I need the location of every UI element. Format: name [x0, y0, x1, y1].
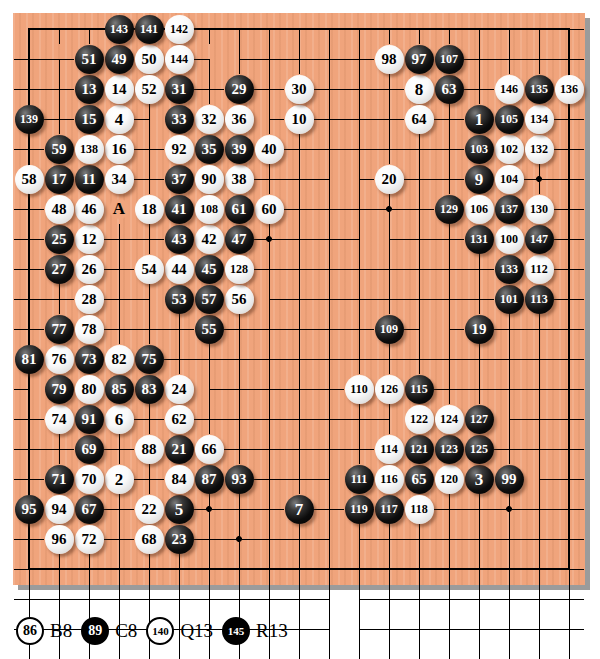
board-intersection: [404, 554, 434, 584]
board-intersection: [314, 494, 344, 524]
board-intersection: [134, 584, 164, 614]
board-intersection: [374, 554, 404, 584]
board-intersection: [434, 14, 464, 44]
white-stone-F19: 142: [165, 15, 194, 44]
white-stone-O3: 118: [405, 495, 434, 524]
board-intersection: [404, 344, 434, 374]
board-intersection: [254, 464, 284, 494]
board-intersection: [524, 554, 554, 584]
board-intersection: [14, 74, 44, 104]
board-intersection: [554, 104, 584, 134]
black-stone-H15: 39: [225, 135, 254, 164]
board-intersection: [494, 314, 524, 344]
board-intersection: [374, 644, 404, 659]
board-intersection: [554, 494, 584, 524]
caption-item-move-86: 86B8: [16, 617, 72, 645]
board-intersection: [464, 14, 494, 44]
board-intersection: [314, 644, 344, 659]
board-intersection: [554, 554, 584, 584]
white-stone-K16: 10: [285, 105, 314, 134]
board-intersection: [344, 404, 374, 434]
board-intersection: [434, 344, 464, 374]
black-stone-F3: 5: [165, 495, 194, 524]
white-stone-D6: 6: [105, 405, 134, 434]
board-intersection: [284, 224, 314, 254]
white-stone-F7: 24: [165, 375, 194, 404]
white-stone-T17: 136: [555, 75, 584, 104]
board-intersection: [314, 464, 344, 494]
black-stone-A16: 139: [15, 105, 44, 134]
board-intersection: [524, 494, 554, 524]
board-intersection: [374, 404, 404, 434]
board-intersection: [434, 224, 464, 254]
board-intersection: [44, 434, 74, 464]
black-stone-G15: 35: [195, 135, 224, 164]
board-intersection: [74, 554, 104, 584]
black-stone-F16: 33: [165, 105, 194, 134]
board-intersection: [194, 14, 224, 44]
board-intersection: [554, 224, 584, 254]
board-intersection: [254, 314, 284, 344]
board-intersection: [464, 494, 494, 524]
board-intersection: [134, 134, 164, 164]
board-intersection: [494, 554, 524, 584]
board-intersection: [44, 104, 74, 134]
black-stone-C17: 13: [75, 75, 104, 104]
white-stone-symbol: 86: [16, 617, 44, 645]
board-intersection: [254, 554, 284, 584]
go-board: 1234567891011121314151617181920212223242…: [13, 13, 585, 585]
board-intersection: [194, 344, 224, 374]
board-intersection: [404, 584, 434, 614]
white-stone-H10: 56: [225, 285, 254, 314]
board-intersection: [344, 104, 374, 134]
board-intersection: [344, 584, 374, 614]
board-intersection: [314, 44, 344, 74]
black-stone-B7: 79: [45, 375, 74, 404]
white-stone-D16: 4: [105, 105, 134, 134]
white-stone-C7: 80: [75, 375, 104, 404]
board-intersection: [14, 404, 44, 434]
white-stone-C10: 28: [75, 285, 104, 314]
board-intersection: [254, 374, 284, 404]
board-intersection: [554, 254, 584, 284]
board-intersection: [524, 464, 554, 494]
black-stone-F12: 43: [165, 225, 194, 254]
board-intersection: [284, 344, 314, 374]
board-intersection: [464, 584, 494, 614]
board-intersection: [254, 164, 284, 194]
board-intersection: [284, 284, 314, 314]
white-stone-N4: 116: [375, 465, 404, 494]
board-intersection: [494, 644, 524, 659]
board-intersection: [494, 404, 524, 434]
board-intersection: [284, 254, 314, 284]
hoshi-point: [194, 494, 224, 524]
black-stone-Q9: 19: [465, 315, 494, 344]
board-intersection: [104, 494, 134, 524]
board-intersection: [164, 584, 194, 614]
board-intersection: [464, 74, 494, 104]
board-intersection: [14, 14, 44, 44]
board-intersection: [254, 494, 284, 524]
white-stone-O17: 8: [405, 75, 434, 104]
caption-coord-label: C8: [115, 620, 137, 642]
board-intersection: [494, 374, 524, 404]
caption-item-move-140: 140Q13: [146, 617, 213, 645]
white-stone-D15: 16: [105, 135, 134, 164]
black-stone-N3: 117: [375, 495, 404, 524]
board-intersection: [104, 554, 134, 584]
board-intersection: [434, 614, 464, 644]
board-intersection: [134, 464, 164, 494]
board-intersection: [344, 614, 374, 644]
board-intersection: [404, 314, 434, 344]
board-intersection: [314, 134, 344, 164]
board-intersection: [554, 614, 584, 644]
board-intersection: [254, 434, 284, 464]
board-intersection: [44, 74, 74, 104]
white-stone-K17: 30: [285, 75, 314, 104]
black-stone-O4: 65: [405, 465, 434, 494]
board-intersection: [14, 134, 44, 164]
board-intersection: [164, 314, 194, 344]
caption-item-move-89: 89C8: [81, 617, 137, 645]
board-intersection: [434, 284, 464, 314]
board-grid: 1234567891011121314151617181920212223242…: [14, 14, 584, 659]
white-stone-D14: 34: [105, 165, 134, 194]
board-intersection: [314, 374, 344, 404]
board-intersection: [224, 14, 254, 44]
board-intersection: [434, 584, 464, 614]
board-intersection: [344, 314, 374, 344]
white-stone-R12: 100: [495, 225, 524, 254]
board-intersection: [314, 14, 344, 44]
white-stone-R15: 102: [495, 135, 524, 164]
white-stone-H14: 38: [225, 165, 254, 194]
board-intersection: [464, 374, 494, 404]
board-intersection: [134, 404, 164, 434]
white-stone-F11: 44: [165, 255, 194, 284]
board-intersection: [14, 254, 44, 284]
white-stone-E5: 88: [135, 435, 164, 464]
board-intersection: [434, 254, 464, 284]
board-intersection: [554, 164, 584, 194]
board-intersection: [104, 224, 134, 254]
board-intersection: [344, 284, 374, 314]
white-stone-R14: 104: [495, 165, 524, 194]
black-stone-C3: 67: [75, 495, 104, 524]
white-stone-B3: 94: [45, 495, 74, 524]
black-stone-B14: 17: [45, 165, 74, 194]
board-intersection: [104, 314, 134, 344]
board-intersection: [344, 524, 374, 554]
board-intersection: [404, 134, 434, 164]
board-intersection: [44, 584, 74, 614]
board-intersection: [524, 344, 554, 374]
board-intersection: [314, 284, 344, 314]
black-stone-C8: 73: [75, 345, 104, 374]
board-intersection: [254, 14, 284, 44]
board-intersection: [344, 224, 374, 254]
board-intersection: [374, 254, 404, 284]
board-intersection: [314, 194, 344, 224]
board-intersection: [164, 554, 194, 584]
board-intersection: [434, 104, 464, 134]
board-intersection: [254, 44, 284, 74]
black-stone-D18: 49: [105, 45, 134, 74]
black-stone-Q15: 103: [465, 135, 494, 164]
board-intersection: [524, 584, 554, 614]
board-intersection: [14, 224, 44, 254]
white-stone-S15: 132: [525, 135, 554, 164]
white-stone-F18: 144: [165, 45, 194, 74]
black-stone-H12: 47: [225, 225, 254, 254]
board-intersection: [254, 284, 284, 314]
board-intersection: [14, 44, 44, 74]
white-stone-C12: 12: [75, 225, 104, 254]
board-intersection: [554, 134, 584, 164]
black-stone-B11: 27: [45, 255, 74, 284]
black-stone-D19: 143: [105, 15, 134, 44]
board-intersection: [524, 314, 554, 344]
board-intersection: [494, 44, 524, 74]
board-intersection: [464, 344, 494, 374]
caption-moves-row: 86B889C8140Q13145R13: [16, 614, 297, 648]
board-intersection: [344, 44, 374, 74]
black-stone-R4: 99: [495, 465, 524, 494]
board-intersection: [434, 164, 464, 194]
white-stone-P6: 124: [435, 405, 464, 434]
white-stone-F4: 84: [165, 465, 194, 494]
white-stone-G5: 66: [195, 435, 224, 464]
board-intersection: [554, 314, 584, 344]
board-intersection: [404, 644, 434, 659]
black-stone-S10: 113: [525, 285, 554, 314]
board-intersection: [194, 524, 224, 554]
board-intersection: [224, 494, 254, 524]
white-stone-N18: 98: [375, 45, 404, 74]
board-intersection: [44, 284, 74, 314]
white-stone-J15: 40: [255, 135, 284, 164]
board-intersection: [404, 224, 434, 254]
board-intersection: [554, 194, 584, 224]
board-intersection: [434, 374, 464, 404]
black-stone-C16: 15: [75, 105, 104, 134]
black-stone-P17: 63: [435, 75, 464, 104]
board-intersection: [224, 584, 254, 614]
black-stone-M3: 119: [345, 495, 374, 524]
board-intersection: [314, 104, 344, 134]
board-intersection: [194, 554, 224, 584]
board-intersection: [14, 374, 44, 404]
board-intersection: [314, 314, 344, 344]
board-intersection: [374, 344, 404, 374]
white-stone-N5: 114: [375, 435, 404, 464]
board-intersection: [284, 314, 314, 344]
board-intersection: [284, 194, 314, 224]
board-intersection: [284, 374, 314, 404]
black-stone-A3: 95: [15, 495, 44, 524]
white-stone-G13: 108: [195, 195, 224, 224]
board-intersection: [374, 614, 404, 644]
board-intersection: [104, 524, 134, 554]
board-intersection: [194, 404, 224, 434]
black-stone-F2: 23: [165, 525, 194, 554]
white-stone-O16: 64: [405, 105, 434, 134]
board-intersection: [314, 554, 344, 584]
board-intersection: [224, 314, 254, 344]
board-intersection: [344, 74, 374, 104]
board-intersection: [254, 584, 284, 614]
board-intersection: [554, 374, 584, 404]
board-intersection: [14, 584, 44, 614]
board-intersection: [194, 584, 224, 614]
black-stone-Q5: 125: [465, 435, 494, 464]
board-intersection: [404, 284, 434, 314]
board-intersection: [434, 134, 464, 164]
board-intersection: [254, 404, 284, 434]
board-intersection: [374, 524, 404, 554]
black-stone-F13: 41: [165, 195, 194, 224]
hoshi-point: [494, 494, 524, 524]
board-intersection: [554, 404, 584, 434]
board-intersection: [374, 284, 404, 314]
white-stone-J13: 60: [255, 195, 284, 224]
board-intersection: [224, 434, 254, 464]
board-intersection: [404, 254, 434, 284]
board-intersection: [314, 404, 344, 434]
black-stone-R13: 137: [495, 195, 524, 224]
hoshi-point: [224, 524, 254, 554]
caption-item-move-145: 145R13: [222, 617, 288, 645]
black-stone-G9: 55: [195, 315, 224, 344]
board-intersection: [254, 104, 284, 134]
board-intersection: [14, 284, 44, 314]
black-stone-B4: 71: [45, 465, 74, 494]
board-intersection: [554, 464, 584, 494]
white-stone-E18: 50: [135, 45, 164, 74]
black-stone-B12: 25: [45, 225, 74, 254]
board-intersection: [194, 374, 224, 404]
board-intersection: [14, 194, 44, 224]
board-intersection: [134, 314, 164, 344]
board-intersection: [524, 434, 554, 464]
white-stone-N14: 20: [375, 165, 404, 194]
black-stone-R10: 101: [495, 285, 524, 314]
board-intersection: [554, 434, 584, 464]
board-intersection: [374, 74, 404, 104]
board-intersection: [524, 644, 554, 659]
board-intersection: [44, 44, 74, 74]
board-intersection: [374, 14, 404, 44]
board-intersection: [74, 14, 104, 44]
board-intersection: [254, 524, 284, 554]
black-stone-H4: 93: [225, 465, 254, 494]
point-label-A: A: [107, 197, 131, 221]
board-intersection: [404, 524, 434, 554]
board-intersection: [494, 614, 524, 644]
board-intersection: [554, 344, 584, 374]
black-stone-S12: 147: [525, 225, 554, 254]
board-intersection: [374, 224, 404, 254]
white-stone-H16: 36: [225, 105, 254, 134]
board-intersection: [554, 14, 584, 44]
white-stone-F15: 92: [165, 135, 194, 164]
white-stone-E2: 68: [135, 525, 164, 554]
white-stone-E3: 22: [135, 495, 164, 524]
white-stone-Q13: 106: [465, 195, 494, 224]
hoshi-point: [374, 194, 404, 224]
board-intersection: [284, 404, 314, 434]
white-stone-C2: 72: [75, 525, 104, 554]
board-intersection: [404, 164, 434, 194]
board-intersection: [524, 614, 554, 644]
white-stone-G14: 90: [195, 165, 224, 194]
white-stone-G12: 42: [195, 225, 224, 254]
caption-coord-label: R13: [256, 620, 288, 642]
white-stone-M7: 110: [345, 375, 374, 404]
board-intersection: [494, 524, 524, 554]
black-stone-E19: 141: [135, 15, 164, 44]
black-stone-Q12: 131: [465, 225, 494, 254]
black-stone-C14: 11: [75, 165, 104, 194]
white-stone-B13: 48: [45, 195, 74, 224]
board-intersection: [464, 554, 494, 584]
board-intersection: [314, 74, 344, 104]
white-stone-C15: 138: [75, 135, 104, 164]
board-intersection: [524, 44, 554, 74]
board-intersection: [134, 554, 164, 584]
board-intersection: [284, 584, 314, 614]
black-stone-G10: 57: [195, 285, 224, 314]
board-intersection: [284, 464, 314, 494]
board-intersection: [344, 434, 374, 464]
white-stone-S13: 130: [525, 195, 554, 224]
white-stone-E17: 52: [135, 75, 164, 104]
caption-coord-label: B8: [50, 620, 72, 642]
board-intersection: [224, 344, 254, 374]
board-intersection: [464, 284, 494, 314]
board-intersection: [554, 284, 584, 314]
white-stone-N7: 126: [375, 375, 404, 404]
white-stone-S16: 134: [525, 105, 554, 134]
board-intersection: [284, 434, 314, 464]
white-stone-F6: 62: [165, 405, 194, 434]
board-intersection: [104, 254, 134, 284]
board-intersection: [254, 344, 284, 374]
white-stone-B2: 96: [45, 525, 74, 554]
white-stone-C13: 46: [75, 195, 104, 224]
board-intersection: [284, 524, 314, 554]
board-intersection: [524, 374, 554, 404]
board-intersection: [494, 344, 524, 374]
board-intersection: [494, 434, 524, 464]
white-stone-R17: 146: [495, 75, 524, 104]
board-intersection: [224, 554, 254, 584]
board-intersection: [464, 644, 494, 659]
board-intersection: [254, 254, 284, 284]
black-stone-G4: 87: [195, 465, 224, 494]
white-stone-C4: 70: [75, 465, 104, 494]
board-intersection: [434, 494, 464, 524]
black-stone-R16: 105: [495, 105, 524, 134]
black-stone-D7: 85: [105, 375, 134, 404]
board-intersection: [134, 164, 164, 194]
board-intersection: [434, 524, 464, 554]
black-stone-S17: 135: [525, 75, 554, 104]
white-stone-symbol: 140: [146, 617, 174, 645]
